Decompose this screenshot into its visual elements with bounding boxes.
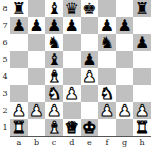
square-f2[interactable]: ♟ [98,102,116,119]
square-f1[interactable] [98,119,116,136]
square-c3[interactable]: ♞ [45,85,63,102]
square-g6[interactable] [116,34,134,51]
chess-diagram: 87654321 ♜♝♛♚♜♟♟♟♟♟♟♞♞♟♝♟♝♟♞♟♞♟♟♟♟♟♟♜♝♛♚… [0,0,151,149]
square-g8[interactable] [116,0,134,17]
square-a6[interactable] [10,34,28,51]
square-d5[interactable] [63,51,81,68]
rank-label-4: 4 [0,68,10,85]
white-pawn: ♟ [10,102,28,119]
white-pawn: ♟ [63,85,81,102]
square-f8[interactable] [98,0,116,17]
file-label-f: f [98,137,116,149]
square-g3[interactable] [116,85,134,102]
white-pawn: ♟ [28,102,46,119]
black-queen: ♛ [63,0,81,17]
rank-label-7: 7 [0,17,10,34]
square-b7[interactable]: ♟ [28,17,46,34]
white-knight: ♞ [98,85,116,102]
black-pawn: ♟ [45,17,63,34]
square-d1[interactable]: ♛ [63,119,81,136]
black-bishop: ♝ [45,51,63,68]
square-h8[interactable]: ♜ [133,0,151,17]
square-f5[interactable] [98,51,116,68]
square-e1[interactable]: ♚ [81,119,99,136]
square-f3[interactable]: ♞ [98,85,116,102]
black-pawn: ♟ [81,51,99,68]
square-c5[interactable]: ♝ [45,51,63,68]
square-g4[interactable] [116,68,134,85]
black-king: ♚ [81,0,99,17]
square-b6[interactable] [28,34,46,51]
square-d3[interactable]: ♟ [63,85,81,102]
square-b3[interactable] [28,85,46,102]
white-bishop: ♝ [45,68,63,85]
black-pawn: ♟ [63,17,81,34]
square-e3[interactable] [81,85,99,102]
square-c1[interactable]: ♝ [45,119,63,136]
square-f4[interactable] [98,68,116,85]
file-label-d: d [63,137,81,149]
black-pawn: ♟ [116,17,134,34]
square-b1[interactable] [28,119,46,136]
white-pawn: ♟ [81,68,99,85]
black-rook: ♜ [10,0,28,17]
black-knight: ♞ [45,34,63,51]
file-labels: abcdefgh [10,136,151,149]
square-e4[interactable]: ♟ [81,68,99,85]
square-c7[interactable]: ♟ [45,17,63,34]
square-g1[interactable] [116,119,134,136]
square-h7[interactable] [133,17,151,34]
square-h6[interactable]: ♟ [133,34,151,51]
black-pawn: ♟ [10,17,28,34]
rank-label-3: 3 [0,85,10,102]
white-queen: ♛ [63,119,81,136]
square-c8[interactable]: ♝ [45,0,63,17]
rank-label-5: 5 [0,51,10,68]
square-d4[interactable] [63,68,81,85]
square-d8[interactable]: ♛ [63,0,81,17]
rank-labels: 87654321 [0,0,10,136]
white-bishop: ♝ [45,119,63,136]
square-e6[interactable] [81,34,99,51]
square-h2[interactable]: ♟ [133,102,151,119]
square-e7[interactable] [81,17,99,34]
white-knight: ♞ [45,85,63,102]
white-rook: ♜ [133,119,151,136]
white-pawn: ♟ [45,102,63,119]
square-c2[interactable]: ♟ [45,102,63,119]
square-g7[interactable]: ♟ [116,17,134,34]
square-a8[interactable]: ♜ [10,0,28,17]
square-a7[interactable]: ♟ [10,17,28,34]
square-b2[interactable]: ♟ [28,102,46,119]
black-pawn: ♟ [28,17,46,34]
square-e8[interactable]: ♚ [81,0,99,17]
black-knight: ♞ [98,34,116,51]
square-g2[interactable]: ♟ [116,102,134,119]
square-b8[interactable] [28,0,46,17]
square-e2[interactable] [81,102,99,119]
rank-label-8: 8 [0,0,10,17]
square-d2[interactable] [63,102,81,119]
file-label-c: c [45,137,63,149]
file-label-e: e [81,137,99,149]
white-rook: ♜ [10,119,28,136]
white-pawn: ♟ [116,102,134,119]
square-g5[interactable] [116,51,134,68]
square-a2[interactable]: ♟ [10,102,28,119]
chess-board: ♜♝♛♚♜♟♟♟♟♟♟♞♞♟♝♟♝♟♞♟♞♟♟♟♟♟♟♜♝♛♚♜ [10,0,151,136]
square-h4[interactable] [133,68,151,85]
white-king: ♚ [81,119,99,136]
square-a4[interactable] [10,68,28,85]
square-a3[interactable] [10,85,28,102]
square-c6[interactable]: ♞ [45,34,63,51]
square-d7[interactable]: ♟ [63,17,81,34]
file-label-a: a [10,137,28,149]
square-e5[interactable]: ♟ [81,51,99,68]
square-h5[interactable] [133,51,151,68]
square-f6[interactable]: ♞ [98,34,116,51]
square-a1[interactable]: ♜ [10,119,28,136]
square-d6[interactable] [63,34,81,51]
square-h3[interactable] [133,85,151,102]
file-label-h: h [133,137,151,149]
black-rook: ♜ [133,0,151,17]
square-c4[interactable]: ♝ [45,68,63,85]
file-label-g: g [116,137,134,149]
rank-label-6: 6 [0,34,10,51]
white-pawn: ♟ [98,102,116,119]
rank-label-1: 1 [0,119,10,136]
file-label-b: b [28,137,46,149]
black-bishop: ♝ [45,0,63,17]
black-pawn: ♟ [133,34,151,51]
rank-label-2: 2 [0,102,10,119]
square-f7[interactable]: ♟ [98,17,116,34]
black-pawn: ♟ [98,17,116,34]
square-b4[interactable] [28,68,46,85]
square-h1[interactable]: ♜ [133,119,151,136]
white-pawn: ♟ [133,102,151,119]
square-a5[interactable] [10,51,28,68]
square-b5[interactable] [28,51,46,68]
